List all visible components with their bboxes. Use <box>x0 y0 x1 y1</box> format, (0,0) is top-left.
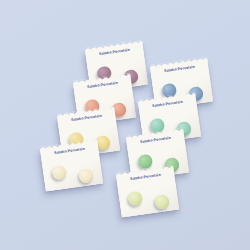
earring-card-cream: Satoko Porcelain <box>40 142 103 192</box>
brand-label: Satoko Porcelain <box>150 99 185 108</box>
brand-label: Satoko Porcelain <box>69 113 104 122</box>
stud-earring-right <box>78 168 93 183</box>
brand-label: Satoko Porcelain <box>162 64 197 73</box>
earring-card-pistachio: Satoko Porcelain <box>116 168 179 218</box>
brand-label: Satoko Porcelain <box>85 80 120 89</box>
brand-label: Satoko Porcelain <box>128 172 163 181</box>
stud-earring-left <box>127 191 142 206</box>
stud-earring-right <box>154 194 169 209</box>
stud-earring-left <box>51 165 66 180</box>
product-photo-earring-cards: Satoko Porcelain Satoko Porcelain Satoko… <box>0 0 250 250</box>
stud-earring-left <box>137 154 152 169</box>
brand-label: Satoko Porcelain <box>52 146 87 155</box>
brand-label: Satoko Porcelain <box>138 135 173 144</box>
brand-label: Satoko Porcelain <box>97 47 132 56</box>
